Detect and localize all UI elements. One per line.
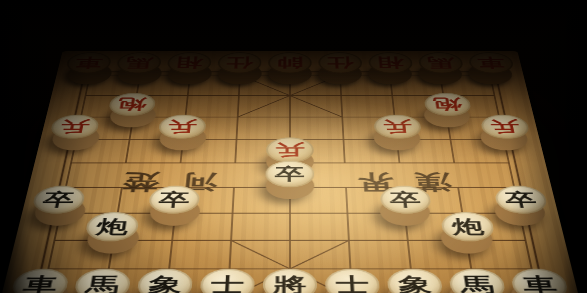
- piece-red-advisor[interactable]: 仕: [217, 63, 262, 84]
- piece-character: 兵: [275, 142, 305, 158]
- piece-red-advisor[interactable]: 仕: [318, 63, 363, 84]
- piece-face: 象: [386, 269, 444, 293]
- piece-face: 炮: [423, 93, 472, 116]
- piece-red-horse[interactable]: 馬: [116, 63, 163, 84]
- piece-black-soldier[interactable]: 卒: [379, 198, 432, 226]
- piece-black-advisor[interactable]: 士: [200, 281, 256, 293]
- piece-face: 卒: [493, 186, 549, 214]
- piece-black-horse[interactable]: 馬: [74, 281, 133, 293]
- piece-face: 卒: [31, 186, 87, 214]
- piece-character: 馬: [459, 275, 496, 293]
- piece-face: 相: [166, 52, 212, 73]
- piece-character: 馬: [125, 56, 154, 69]
- piece-face: 車: [9, 269, 70, 293]
- piece-red-general[interactable]: 帥: [268, 63, 312, 84]
- piece-red-chariot[interactable]: 車: [466, 63, 514, 84]
- piece-character: 相: [175, 56, 203, 69]
- piece-face: 馬: [73, 269, 132, 293]
- piece-red-soldier[interactable]: 兵: [373, 126, 422, 150]
- piece-black-soldier[interactable]: 卒: [32, 198, 88, 226]
- piece-face: 士: [325, 269, 381, 293]
- piece-face: 卒: [265, 161, 314, 188]
- piece-black-cannon[interactable]: 炮: [85, 224, 141, 254]
- piece-character: 車: [74, 56, 104, 69]
- piece-black-soldier[interactable]: 卒: [265, 173, 314, 200]
- xiangqi-scene: 楚 河 界 漢 車馬相仕帥仕相馬車炮炮兵兵兵兵兵卒卒卒卒卒炮炮車馬象士將士象馬車: [0, 0, 587, 293]
- piece-character: 士: [335, 275, 369, 293]
- piece-red-horse[interactable]: 馬: [417, 63, 464, 84]
- piece-face: 車: [509, 269, 570, 293]
- piece-character: 卒: [275, 166, 305, 182]
- piece-character: 車: [521, 275, 559, 293]
- piece-black-elephant[interactable]: 象: [386, 281, 443, 293]
- piece-face: 卒: [148, 186, 201, 214]
- piece-face: 兵: [266, 137, 314, 162]
- piece-face: 炮: [107, 93, 156, 116]
- piece-face: 相: [368, 52, 414, 73]
- piece-character: 卒: [42, 191, 77, 208]
- piece-black-soldier[interactable]: 卒: [492, 198, 548, 226]
- piece-face: 兵: [49, 114, 101, 138]
- piece-face: 士: [199, 269, 255, 293]
- piece-face: 兵: [479, 114, 531, 138]
- piece-face: 仕: [318, 52, 363, 73]
- piece-character: 象: [397, 275, 432, 293]
- piece-red-soldier[interactable]: 兵: [158, 126, 207, 150]
- piece-character: 卒: [158, 191, 191, 208]
- piece-face: 馬: [448, 269, 507, 293]
- piece-character: 馬: [84, 275, 121, 293]
- piece-character: 車: [21, 275, 59, 293]
- piece-character: 仕: [226, 56, 254, 69]
- xiangqi-board: 楚 河 界 漢 車馬相仕帥仕相馬車炮炮兵兵兵兵兵卒卒卒卒卒炮炮車馬象士將士象馬車: [0, 51, 587, 293]
- piece-face: 卒: [379, 186, 432, 214]
- piece-character: 兵: [59, 119, 91, 134]
- piece-red-chariot[interactable]: 車: [66, 63, 114, 84]
- piece-character: 炮: [117, 97, 147, 111]
- piece-black-advisor[interactable]: 士: [325, 281, 381, 293]
- piece-character: 卒: [389, 191, 422, 208]
- piece-red-cannon[interactable]: 炮: [108, 104, 157, 127]
- piece-face: 炮: [440, 212, 496, 241]
- piece-face: 炮: [84, 212, 140, 241]
- piece-character: 炮: [451, 218, 486, 236]
- piece-character: 相: [377, 56, 405, 69]
- piece-black-cannon[interactable]: 炮: [439, 224, 495, 254]
- piece-black-general[interactable]: 將: [263, 281, 318, 293]
- piece-face: 馬: [115, 52, 162, 73]
- piece-black-elephant[interactable]: 象: [137, 281, 194, 293]
- piece-character: 兵: [489, 119, 521, 134]
- piece-character: 將: [273, 275, 307, 293]
- piece-face: 兵: [158, 114, 207, 138]
- piece-red-elephant[interactable]: 相: [167, 63, 213, 84]
- piece-character: 炮: [95, 218, 130, 236]
- piece-character: 炮: [433, 97, 463, 111]
- piece-face: 兵: [373, 114, 422, 138]
- piece-character: 兵: [382, 119, 412, 134]
- board-perspective-wrapper: 楚 河 界 漢 車馬相仕帥仕相馬車炮炮兵兵兵兵兵卒卒卒卒卒炮炮車馬象士將士象馬車: [32, 0, 549, 293]
- piece-character: 帥: [277, 56, 304, 69]
- piece-black-chariot[interactable]: 車: [11, 281, 72, 293]
- piece-face: 將: [263, 269, 318, 293]
- piece-black-soldier[interactable]: 卒: [148, 198, 201, 226]
- piece-black-horse[interactable]: 馬: [447, 281, 506, 293]
- piece-red-soldier[interactable]: 兵: [479, 126, 531, 150]
- piece-character: 士: [210, 275, 244, 293]
- piece-red-soldier[interactable]: 兵: [50, 126, 102, 150]
- piece-red-cannon[interactable]: 炮: [423, 104, 472, 127]
- piece-face: 象: [136, 269, 194, 293]
- piece-character: 兵: [167, 119, 197, 134]
- piece-black-chariot[interactable]: 車: [508, 281, 569, 293]
- piece-character: 仕: [327, 56, 355, 69]
- piece-red-elephant[interactable]: 相: [368, 63, 414, 84]
- piece-face: 帥: [268, 52, 312, 73]
- piece-face: 仕: [217, 52, 262, 73]
- piece-character: 象: [147, 275, 182, 293]
- piece-character: 卒: [504, 191, 539, 208]
- piece-character: 車: [476, 56, 506, 69]
- piece-character: 馬: [426, 56, 455, 69]
